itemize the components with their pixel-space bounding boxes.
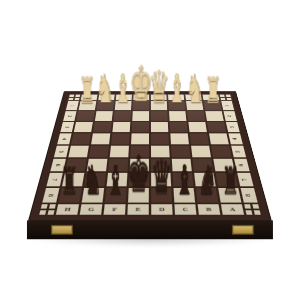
- file-label-d-far: D: [150, 94, 168, 101]
- file-label-a-far: A: [202, 94, 221, 101]
- square-b1: [185, 101, 204, 111]
- black-rook-a8: ♜: [222, 163, 240, 200]
- chessboard: HGFEDCBA1122334455667788HGFEDCBA ♜♞♝♚♛♝♞…: [29, 91, 271, 221]
- piece-cell-g8: ♞: [80, 187, 105, 203]
- square-h2: [75, 111, 95, 122]
- box-side: [27, 220, 273, 239]
- square-d1: [150, 101, 168, 111]
- square-g3: [92, 121, 113, 132]
- square-b3: [187, 121, 208, 132]
- square-h1: [78, 101, 98, 111]
- square-h4: [70, 133, 92, 145]
- square-g1: [96, 101, 115, 111]
- piece-cell-c8: ♝: [172, 187, 196, 203]
- frame-corner: [243, 203, 262, 215]
- square-a4: [208, 133, 230, 145]
- black-king-e8: ♚: [127, 149, 151, 200]
- black-knight-b8: ♞: [198, 159, 217, 200]
- square-d2: [150, 111, 169, 122]
- rank-label-2-right: 2: [222, 111, 237, 122]
- piece-cell-d8: ♛: [150, 187, 173, 203]
- frame-corner: [219, 94, 233, 101]
- black-queen-d8: ♛: [151, 154, 173, 200]
- square-b2: [186, 111, 206, 122]
- piece-cell-a8: ♜: [217, 187, 243, 203]
- piece-cell-e8: ♚: [127, 187, 150, 203]
- black-rook-h8: ♜: [61, 163, 79, 200]
- file-label-h-far: H: [80, 94, 99, 101]
- square-b4: [189, 133, 210, 145]
- file-label-e-far: E: [132, 94, 150, 101]
- rank-label-1-right: 1: [220, 101, 235, 111]
- piece-cell-h8: ♜: [57, 187, 83, 203]
- file-label-a-near: A: [220, 203, 246, 215]
- square-e2: [131, 111, 150, 122]
- black-bishop-c8: ♝: [175, 159, 194, 200]
- square-h3: [73, 121, 94, 132]
- square-c4: [169, 133, 190, 145]
- file-label-h-near: H: [54, 203, 80, 215]
- square-d3: [150, 121, 169, 132]
- square-f2: [113, 111, 132, 122]
- black-knight-g8: ♞: [83, 159, 102, 200]
- square-d4: [150, 133, 170, 145]
- brass-hinge-left-icon: [51, 225, 73, 235]
- square-f1: [114, 101, 133, 111]
- rank-label-4-right: 4: [227, 133, 244, 145]
- black-bishop-f8: ♝: [106, 159, 125, 200]
- square-a3: [206, 121, 227, 132]
- square-g4: [90, 133, 111, 145]
- square-c3: [169, 121, 189, 132]
- square-g2: [94, 111, 114, 122]
- square-e1: [132, 101, 150, 111]
- square-e4: [130, 133, 150, 145]
- file-label-c-far: C: [167, 94, 185, 101]
- brass-hinge-right-icon: [232, 225, 254, 235]
- file-label-b-far: B: [184, 94, 202, 101]
- square-f3: [111, 121, 131, 132]
- file-label-e-near: E: [126, 203, 150, 215]
- frame-corner: [38, 203, 57, 215]
- file-label-f-near: F: [102, 203, 127, 215]
- square-c1: [168, 101, 187, 111]
- file-label-g-near: G: [78, 203, 103, 215]
- rank-label-3-right: 3: [225, 121, 241, 132]
- file-label-d-near: D: [150, 203, 174, 215]
- square-e3: [131, 121, 150, 132]
- file-label-c-near: C: [173, 203, 198, 215]
- file-label-g-far: G: [97, 94, 115, 101]
- piece-cell-b8: ♞: [195, 187, 220, 203]
- piece-cell-f8: ♝: [104, 187, 128, 203]
- file-label-b-near: B: [196, 203, 221, 215]
- file-label-f-far: F: [115, 94, 133, 101]
- square-f4: [110, 133, 131, 145]
- square-a2: [204, 111, 224, 122]
- square-a1: [203, 101, 223, 111]
- square-c2: [168, 111, 187, 122]
- chess-set-photo: HGFEDCBA1122334455667788HGFEDCBA ♜♞♝♚♛♝♞…: [0, 0, 300, 300]
- scene: HGFEDCBA1122334455667788HGFEDCBA ♜♞♝♚♛♝♞…: [0, 0, 300, 300]
